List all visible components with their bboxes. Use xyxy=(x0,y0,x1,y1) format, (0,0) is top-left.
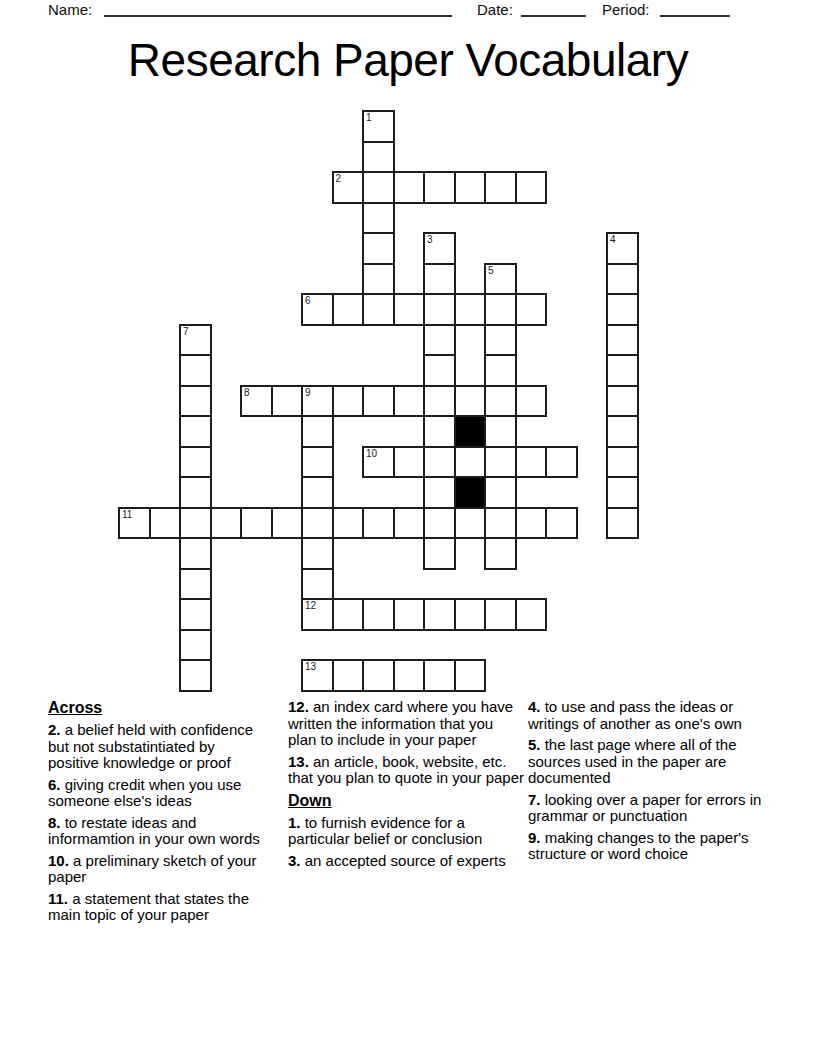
grid-cell xyxy=(240,507,273,540)
grid-cell xyxy=(606,293,639,326)
grid-cell xyxy=(423,476,456,509)
clue-number: 5 xyxy=(488,265,494,276)
grid-cell xyxy=(423,507,456,540)
period-label: Period: xyxy=(602,1,650,18)
clue-number: 12 xyxy=(305,600,316,611)
grid-cell xyxy=(484,446,517,479)
grid-cell xyxy=(484,324,517,357)
date-label: Date: xyxy=(477,1,513,18)
clue-a13: 13. an article, book, website, etc. that… xyxy=(288,754,524,787)
grid-cell xyxy=(179,659,212,692)
grid-cell xyxy=(423,385,456,418)
grid-cell xyxy=(484,354,517,387)
grid-cell xyxy=(545,507,578,540)
clue-number: 11 xyxy=(122,509,132,520)
grid-cell xyxy=(362,293,395,326)
grid-cell xyxy=(179,598,212,631)
grid-cell xyxy=(423,598,456,631)
grid-cell xyxy=(423,537,456,570)
grid-cell xyxy=(423,415,456,448)
grid-cell xyxy=(423,263,456,296)
grid-cell xyxy=(210,507,243,540)
grid-cell xyxy=(484,537,517,570)
blocked-cell xyxy=(454,476,487,509)
name-label: Name: xyxy=(48,1,92,18)
grid-cell xyxy=(179,537,212,570)
grid-cell xyxy=(393,446,426,479)
grid-cell xyxy=(393,659,426,692)
grid-cell xyxy=(149,507,182,540)
grid-cell xyxy=(454,507,487,540)
grid-cell xyxy=(179,629,212,662)
grid-cell xyxy=(179,507,212,540)
grid-cell xyxy=(454,293,487,326)
grid-cell xyxy=(606,415,639,448)
grid-cell xyxy=(454,385,487,418)
grid-cell xyxy=(423,293,456,326)
grid-cell xyxy=(179,568,212,601)
grid-cell: 6 xyxy=(301,293,334,326)
grid-cell xyxy=(362,507,395,540)
grid-cell xyxy=(515,385,548,418)
grid-cell xyxy=(484,293,517,326)
grid-cell xyxy=(301,476,334,509)
grid-cell xyxy=(423,659,456,692)
clue-a11: 11. a statement that states the main top… xyxy=(48,891,267,924)
page-title: Research Paper Vocabulary xyxy=(0,33,816,87)
grid-cell xyxy=(393,293,426,326)
clue-number: 10 xyxy=(366,448,377,459)
grid-cell xyxy=(362,659,395,692)
clue-number: 7 xyxy=(183,326,189,337)
grid-cell xyxy=(423,354,456,387)
clue-column: 12. an index card where you have written… xyxy=(288,699,524,874)
clue-d4: 4. to use and pass the ideas or writings… xyxy=(528,699,766,732)
grid-cell xyxy=(332,659,365,692)
clue-a8: 8. to restate ideas and informamtion in … xyxy=(48,815,267,848)
grid-cell xyxy=(271,507,304,540)
grid-cell xyxy=(362,385,395,418)
grid-cell: 1 xyxy=(362,110,395,143)
grid-cell xyxy=(362,232,395,265)
clue-number: 4 xyxy=(610,234,616,245)
grid-cell xyxy=(484,385,517,418)
grid-cell xyxy=(332,507,365,540)
grid-cell xyxy=(484,507,517,540)
grid-cell xyxy=(393,598,426,631)
grid-cell xyxy=(301,415,334,448)
across-header: Across xyxy=(48,699,267,717)
grid-cell: 5 xyxy=(484,263,517,296)
clue-number: 1 xyxy=(366,112,372,123)
grid-cell xyxy=(606,385,639,418)
grid-cell xyxy=(179,476,212,509)
grid-cell xyxy=(179,354,212,387)
clue-column: 4. to use and pass the ideas or writings… xyxy=(528,699,766,868)
grid-cell xyxy=(515,507,548,540)
grid-cell xyxy=(271,385,304,418)
grid-cell: 11 xyxy=(118,507,151,540)
period-blank-line xyxy=(660,0,730,17)
grid-cell xyxy=(606,263,639,296)
clue-d1: 1. to furnish evidence for a particular … xyxy=(288,815,524,848)
grid-cell xyxy=(454,598,487,631)
grid-cell xyxy=(423,171,456,204)
grid-cell xyxy=(606,507,639,540)
name-blank-line xyxy=(104,0,452,17)
clue-number: 8 xyxy=(244,387,250,398)
grid-cell xyxy=(606,476,639,509)
clue-number: 3 xyxy=(427,234,433,245)
clue-number: 2 xyxy=(336,173,342,184)
grid-cell xyxy=(454,446,487,479)
clue-d3: 3. an accepted source of experts xyxy=(288,853,524,870)
grid-cell xyxy=(179,446,212,479)
grid-cell xyxy=(362,263,395,296)
clue-a2: 2. a belief held with confidence but not… xyxy=(48,722,267,772)
grid-cell xyxy=(332,385,365,418)
grid-cell xyxy=(393,171,426,204)
clue-a10: 10. a preliminary sketch of your paper xyxy=(48,853,267,886)
grid-cell xyxy=(454,171,487,204)
grid-cell xyxy=(301,446,334,479)
grid-cell: 4 xyxy=(606,232,639,265)
grid-cell: 2 xyxy=(332,171,365,204)
grid-cell: 13 xyxy=(301,659,334,692)
grid-cell xyxy=(301,568,334,601)
grid-cell xyxy=(484,171,517,204)
grid-cell xyxy=(545,446,578,479)
grid-cell xyxy=(301,537,334,570)
grid-cell: 7 xyxy=(179,324,212,357)
clue-number: 9 xyxy=(305,387,311,398)
grid-cell xyxy=(515,293,548,326)
grid-cell xyxy=(606,446,639,479)
grid-cell xyxy=(362,171,395,204)
grid-cell: 3 xyxy=(423,232,456,265)
grid-cell xyxy=(362,202,395,235)
clue-d7: 7. looking over a paper for errors in gr… xyxy=(528,792,766,825)
blocked-cell xyxy=(454,415,487,448)
worksheet-page: Name: Date: Period: Research Paper Vocab… xyxy=(0,0,816,1056)
grid-cell xyxy=(332,293,365,326)
grid-cell xyxy=(484,415,517,448)
grid-cell xyxy=(362,598,395,631)
grid-cell xyxy=(179,385,212,418)
grid-cell xyxy=(515,171,548,204)
clue-a12: 12. an index card where you have written… xyxy=(288,699,524,749)
down-header: Down xyxy=(288,792,524,810)
grid-cell xyxy=(606,354,639,387)
grid-cell: 10 xyxy=(362,446,395,479)
grid-cell xyxy=(484,476,517,509)
grid-cell xyxy=(393,385,426,418)
clue-d5: 5. the last page where all of the source… xyxy=(528,737,766,787)
grid-cell xyxy=(606,324,639,357)
grid-cell xyxy=(423,446,456,479)
clue-number: 6 xyxy=(305,295,311,306)
grid-cell xyxy=(484,598,517,631)
grid-cell xyxy=(301,507,334,540)
grid-cell xyxy=(332,598,365,631)
clue-a6: 6. giving credit when you use someone el… xyxy=(48,777,267,810)
grid-cell xyxy=(393,507,426,540)
clue-d9: 9. making changes to the paper's structu… xyxy=(528,830,766,863)
grid-cell xyxy=(362,141,395,174)
grid-cell: 9 xyxy=(301,385,334,418)
grid-cell: 12 xyxy=(301,598,334,631)
clue-column: Across2. a belief held with confidence b… xyxy=(48,699,267,929)
grid-cell xyxy=(179,415,212,448)
grid-cell: 8 xyxy=(240,385,273,418)
grid-cell xyxy=(454,659,487,692)
clue-number: 13 xyxy=(305,661,316,672)
date-blank-line xyxy=(521,0,586,17)
grid-cell xyxy=(515,598,548,631)
grid-cell xyxy=(515,446,548,479)
grid-cell xyxy=(423,324,456,357)
